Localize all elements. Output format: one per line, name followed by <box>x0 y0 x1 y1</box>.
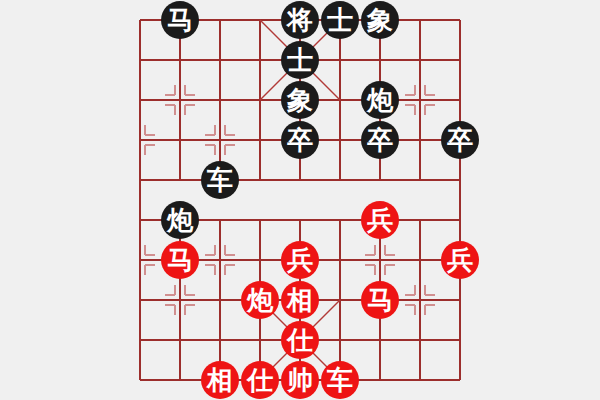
board-point[interactable] <box>400 240 440 280</box>
board-point[interactable]: 士 <box>280 40 320 80</box>
board-point[interactable] <box>120 80 160 120</box>
board-point[interactable] <box>440 320 480 360</box>
black-cannon[interactable]: 炮 <box>161 201 199 239</box>
red-elephant[interactable]: 相 <box>201 361 239 399</box>
red-advisor[interactable]: 仕 <box>241 361 279 399</box>
board-point[interactable] <box>120 320 160 360</box>
board-point[interactable] <box>160 280 200 320</box>
black-soldier[interactable]: 卒 <box>441 121 479 159</box>
board-point[interactable] <box>200 120 240 160</box>
board-point[interactable] <box>200 240 240 280</box>
board-point[interactable] <box>320 320 360 360</box>
board-point[interactable]: 士 <box>320 0 360 40</box>
board-point[interactable]: 炮 <box>240 280 280 320</box>
red-general[interactable]: 帅 <box>281 361 319 399</box>
board-point[interactable] <box>200 320 240 360</box>
board-point[interactable] <box>440 280 480 320</box>
board-point[interactable] <box>240 0 280 40</box>
board-point[interactable] <box>120 240 160 280</box>
board-point[interactable] <box>440 200 480 240</box>
board-point[interactable]: 马 <box>160 0 200 40</box>
board-point[interactable] <box>320 120 360 160</box>
board-point[interactable]: 仕 <box>280 320 320 360</box>
board-point[interactable]: 象 <box>360 0 400 40</box>
board-point[interactable]: 炮 <box>160 200 200 240</box>
board-point[interactable] <box>240 160 280 200</box>
board-point[interactable] <box>120 280 160 320</box>
black-advisor[interactable]: 士 <box>321 1 359 39</box>
board-point[interactable] <box>440 160 480 200</box>
red-horse[interactable]: 马 <box>361 281 399 319</box>
board-point[interactable] <box>320 200 360 240</box>
board-point[interactable]: 马 <box>360 280 400 320</box>
board-point[interactable] <box>440 360 480 400</box>
black-general[interactable]: 将 <box>281 1 319 39</box>
board-point[interactable]: 卒 <box>360 120 400 160</box>
black-horse[interactable]: 马 <box>161 1 199 39</box>
board-point[interactable] <box>240 80 280 120</box>
red-soldier[interactable]: 兵 <box>441 241 479 279</box>
board-point[interactable] <box>200 280 240 320</box>
board-point[interactable] <box>320 40 360 80</box>
red-cannon[interactable]: 炮 <box>241 281 279 319</box>
board-point[interactable] <box>160 320 200 360</box>
red-soldier[interactable]: 兵 <box>361 201 399 239</box>
board-points: 马将士象士象炮卒卒卒车炮兵马兵兵炮相马仕相仕帅车 <box>120 0 480 400</box>
board-point[interactable] <box>400 160 440 200</box>
board-point[interactable] <box>360 160 400 200</box>
board-point[interactable] <box>320 160 360 200</box>
board-point[interactable] <box>240 120 280 160</box>
board-point[interactable] <box>400 280 440 320</box>
board-point[interactable] <box>160 40 200 80</box>
board-point[interactable]: 帅 <box>280 360 320 400</box>
board-point[interactable]: 象 <box>280 80 320 120</box>
board-point[interactable] <box>280 200 320 240</box>
board-point[interactable] <box>160 160 200 200</box>
xiangqi-app-screen: 马将士象士象炮卒卒卒车炮兵马兵兵炮相马仕相仕帅车 <box>0 0 600 400</box>
board-point[interactable] <box>400 80 440 120</box>
board-point[interactable]: 卒 <box>440 120 480 160</box>
board-point[interactable] <box>120 0 160 40</box>
red-chariot[interactable]: 车 <box>321 361 359 399</box>
board-point[interactable] <box>440 80 480 120</box>
black-cannon[interactable]: 炮 <box>361 81 399 119</box>
board-point[interactable] <box>440 0 480 40</box>
board-point[interactable]: 车 <box>200 160 240 200</box>
board-point[interactable] <box>320 280 360 320</box>
black-soldier[interactable]: 卒 <box>281 121 319 159</box>
black-chariot[interactable]: 车 <box>201 161 239 199</box>
board-point[interactable] <box>400 40 440 80</box>
board-point[interactable] <box>120 200 160 240</box>
black-soldier[interactable]: 卒 <box>361 121 399 159</box>
board-point[interactable]: 炮 <box>360 80 400 120</box>
board-point[interactable] <box>160 120 200 160</box>
black-elephant[interactable]: 象 <box>281 81 319 119</box>
board-point[interactable]: 车 <box>320 360 360 400</box>
board-point[interactable] <box>360 240 400 280</box>
board-point[interactable] <box>400 320 440 360</box>
red-elephant[interactable]: 相 <box>281 281 319 319</box>
board-point[interactable] <box>200 40 240 80</box>
board-point[interactable] <box>120 40 160 80</box>
board-point[interactable] <box>400 0 440 40</box>
board-point[interactable] <box>240 240 280 280</box>
board-point[interactable] <box>120 120 160 160</box>
board-point[interactable] <box>360 360 400 400</box>
red-horse[interactable]: 马 <box>161 241 199 279</box>
board-point[interactable]: 马 <box>160 240 200 280</box>
red-soldier[interactable]: 兵 <box>281 241 319 279</box>
black-elephant[interactable]: 象 <box>361 1 399 39</box>
red-advisor[interactable]: 仕 <box>281 321 319 359</box>
board-point[interactable] <box>400 360 440 400</box>
board-point[interactable]: 将 <box>280 0 320 40</box>
xiangqi-board: 马将士象士象炮卒卒卒车炮兵马兵兵炮相马仕相仕帅车 <box>0 0 600 400</box>
board-point[interactable] <box>200 200 240 240</box>
board-point[interactable] <box>400 200 440 240</box>
board-point[interactable] <box>240 200 280 240</box>
board-point[interactable] <box>160 80 200 120</box>
board-point[interactable]: 相 <box>280 280 320 320</box>
board-point[interactable] <box>320 80 360 120</box>
board-point[interactable] <box>200 0 240 40</box>
board-point[interactable] <box>360 320 400 360</box>
black-advisor[interactable]: 士 <box>281 41 319 79</box>
board-point[interactable] <box>160 360 200 400</box>
board-point[interactable] <box>320 240 360 280</box>
board-point[interactable] <box>240 40 280 80</box>
board-point[interactable]: 兵 <box>440 240 480 280</box>
board-point[interactable] <box>200 80 240 120</box>
board-point[interactable] <box>120 360 160 400</box>
board-point[interactable] <box>120 160 160 200</box>
board-point[interactable] <box>360 40 400 80</box>
board-point[interactable] <box>440 40 480 80</box>
board-point[interactable]: 卒 <box>280 120 320 160</box>
board-point[interactable] <box>400 120 440 160</box>
board-point[interactable]: 兵 <box>280 240 320 280</box>
board-point[interactable]: 仕 <box>240 360 280 400</box>
board-point[interactable] <box>240 320 280 360</box>
board-point[interactable] <box>280 160 320 200</box>
board-point[interactable]: 相 <box>200 360 240 400</box>
board-point[interactable]: 兵 <box>360 200 400 240</box>
